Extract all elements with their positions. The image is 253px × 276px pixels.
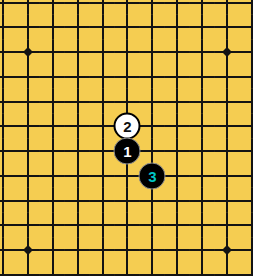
intersection-2-8[interactable] <box>40 188 65 213</box>
intersection-0-11[interactable] <box>0 262 15 276</box>
stone-black-3: 3 <box>139 162 166 189</box>
intersection-10-7[interactable] <box>239 163 253 188</box>
intersection-8-4[interactable] <box>190 89 215 114</box>
intersection-4-5[interactable] <box>90 114 115 139</box>
intersection-0-3[interactable] <box>0 64 15 89</box>
intersection-9-4[interactable] <box>215 89 240 114</box>
intersection-8-9[interactable] <box>190 213 215 238</box>
star-point <box>222 245 232 255</box>
intersection-1-10[interactable] <box>15 238 40 263</box>
intersection-4-2[interactable] <box>90 40 115 65</box>
intersection-1-11[interactable] <box>15 262 40 276</box>
intersection-2-1[interactable] <box>40 15 65 40</box>
intersection-7-5[interactable] <box>165 114 190 139</box>
intersection-6-10[interactable] <box>140 238 165 263</box>
stone-white-2: 2 <box>114 113 141 140</box>
intersection-5-5[interactable]: 2 <box>115 114 140 139</box>
intersection-2-6[interactable] <box>40 139 65 164</box>
move-number: 2 <box>123 119 131 134</box>
intersection-7-1[interactable] <box>165 15 190 40</box>
intersection-9-5[interactable] <box>215 114 240 139</box>
star-point <box>222 47 232 57</box>
move-number: 3 <box>148 168 156 183</box>
intersection-0-10[interactable] <box>0 238 15 263</box>
intersection-1-5[interactable] <box>15 114 40 139</box>
intersection-4-4[interactable] <box>90 89 115 114</box>
intersection-2-7[interactable] <box>40 163 65 188</box>
intersection-9-10[interactable] <box>215 238 240 263</box>
intersection-5-0[interactable] <box>115 0 140 15</box>
intersection-4-3[interactable] <box>90 64 115 89</box>
intersection-10-6[interactable] <box>239 139 253 164</box>
intersection-5-10[interactable] <box>115 238 140 263</box>
intersection-8-10[interactable] <box>190 238 215 263</box>
intersection-2-2[interactable] <box>40 40 65 65</box>
intersection-9-11[interactable] <box>215 262 240 276</box>
go-board[interactable]: 213 <box>0 0 253 276</box>
intersection-9-2[interactable] <box>215 40 240 65</box>
intersection-2-3[interactable] <box>40 64 65 89</box>
intersection-5-1[interactable] <box>115 15 140 40</box>
intersection-9-7[interactable] <box>215 163 240 188</box>
intersection-6-5[interactable] <box>140 114 165 139</box>
intersection-10-9[interactable] <box>239 213 253 238</box>
intersection-9-8[interactable] <box>215 188 240 213</box>
intersection-6-3[interactable] <box>140 64 165 89</box>
intersection-1-4[interactable] <box>15 89 40 114</box>
intersection-0-0[interactable] <box>0 0 15 15</box>
intersection-3-10[interactable] <box>65 238 90 263</box>
intersection-0-9[interactable] <box>0 213 15 238</box>
intersection-8-6[interactable] <box>190 139 215 164</box>
intersection-7-10[interactable] <box>165 238 190 263</box>
intersection-3-5[interactable] <box>65 114 90 139</box>
intersection-10-1[interactable] <box>239 15 253 40</box>
intersection-6-6[interactable] <box>140 139 165 164</box>
intersection-1-3[interactable] <box>15 64 40 89</box>
intersection-1-6[interactable] <box>15 139 40 164</box>
intersection-10-4[interactable] <box>239 89 253 114</box>
intersection-8-3[interactable] <box>190 64 215 89</box>
intersection-4-0[interactable] <box>90 0 115 15</box>
intersection-7-0[interactable] <box>165 0 190 15</box>
intersection-1-1[interactable] <box>15 15 40 40</box>
intersection-3-6[interactable] <box>65 139 90 164</box>
intersection-4-10[interactable] <box>90 238 115 263</box>
intersection-3-4[interactable] <box>65 89 90 114</box>
intersection-5-11[interactable] <box>115 262 140 276</box>
intersection-3-11[interactable] <box>65 262 90 276</box>
intersection-0-1[interactable] <box>0 15 15 40</box>
intersection-10-3[interactable] <box>239 64 253 89</box>
intersection-0-7[interactable] <box>0 163 15 188</box>
intersection-2-5[interactable] <box>40 114 65 139</box>
intersection-8-0[interactable] <box>190 0 215 15</box>
intersection-4-11[interactable] <box>90 262 115 276</box>
intersection-9-1[interactable] <box>215 15 240 40</box>
intersection-9-0[interactable] <box>215 0 240 15</box>
intersection-6-2[interactable] <box>140 40 165 65</box>
intersection-3-0[interactable] <box>65 0 90 15</box>
intersection-2-10[interactable] <box>40 238 65 263</box>
intersection-8-7[interactable] <box>190 163 215 188</box>
intersection-8-1[interactable] <box>190 15 215 40</box>
intersection-1-2[interactable] <box>15 40 40 65</box>
intersection-8-2[interactable] <box>190 40 215 65</box>
move-number: 1 <box>123 144 131 159</box>
intersection-4-9[interactable] <box>90 213 115 238</box>
intersection-1-9[interactable] <box>15 213 40 238</box>
intersection-9-3[interactable] <box>215 64 240 89</box>
intersection-8-8[interactable] <box>190 188 215 213</box>
intersection-3-2[interactable] <box>65 40 90 65</box>
intersection-7-2[interactable] <box>165 40 190 65</box>
intersection-3-1[interactable] <box>65 15 90 40</box>
intersection-2-4[interactable] <box>40 89 65 114</box>
intersection-5-8[interactable] <box>115 188 140 213</box>
intersection-2-11[interactable] <box>40 262 65 276</box>
intersection-6-4[interactable] <box>140 89 165 114</box>
intersection-8-11[interactable] <box>190 262 215 276</box>
intersection-10-8[interactable] <box>239 188 253 213</box>
intersection-7-4[interactable] <box>165 89 190 114</box>
intersection-6-7[interactable]: 3 <box>140 163 165 188</box>
star-point <box>23 245 33 255</box>
intersection-9-6[interactable] <box>215 139 240 164</box>
intersection-10-2[interactable] <box>239 40 253 65</box>
intersection-6-0[interactable] <box>140 0 165 15</box>
intersection-10-10[interactable] <box>239 238 253 263</box>
intersection-0-5[interactable] <box>0 114 15 139</box>
intersection-0-6[interactable] <box>0 139 15 164</box>
intersection-0-2[interactable] <box>0 40 15 65</box>
intersection-7-8[interactable] <box>165 188 190 213</box>
intersection-6-9[interactable] <box>140 213 165 238</box>
intersection-3-3[interactable] <box>65 64 90 89</box>
intersection-10-5[interactable] <box>239 114 253 139</box>
intersection-1-0[interactable] <box>15 0 40 15</box>
board-grid: 213 <box>0 0 253 276</box>
intersection-7-6[interactable] <box>165 139 190 164</box>
intersection-7-11[interactable] <box>165 262 190 276</box>
intersection-6-8[interactable] <box>140 188 165 213</box>
intersection-5-9[interactable] <box>115 213 140 238</box>
intersection-5-3[interactable] <box>115 64 140 89</box>
intersection-5-7[interactable] <box>115 163 140 188</box>
intersection-7-3[interactable] <box>165 64 190 89</box>
intersection-2-0[interactable] <box>40 0 65 15</box>
intersection-3-7[interactable] <box>65 163 90 188</box>
intersection-1-8[interactable] <box>15 188 40 213</box>
intersection-6-11[interactable] <box>140 262 165 276</box>
intersection-3-9[interactable] <box>65 213 90 238</box>
intersection-10-11[interactable] <box>239 262 253 276</box>
star-point <box>23 47 33 57</box>
intersection-7-7[interactable] <box>165 163 190 188</box>
intersection-9-9[interactable] <box>215 213 240 238</box>
intersection-0-4[interactable] <box>0 89 15 114</box>
intersection-6-1[interactable] <box>140 15 165 40</box>
intersection-5-4[interactable] <box>115 89 140 114</box>
intersection-7-9[interactable] <box>165 213 190 238</box>
intersection-5-6[interactable]: 1 <box>115 139 140 164</box>
intersection-8-5[interactable] <box>190 114 215 139</box>
intersection-4-6[interactable] <box>90 139 115 164</box>
intersection-10-0[interactable] <box>239 0 253 15</box>
intersection-2-9[interactable] <box>40 213 65 238</box>
intersection-0-8[interactable] <box>0 188 15 213</box>
stone-black-1: 1 <box>114 138 141 165</box>
intersection-4-7[interactable] <box>90 163 115 188</box>
intersection-1-7[interactable] <box>15 163 40 188</box>
intersection-4-1[interactable] <box>90 15 115 40</box>
intersection-3-8[interactable] <box>65 188 90 213</box>
intersection-4-8[interactable] <box>90 188 115 213</box>
intersection-5-2[interactable] <box>115 40 140 65</box>
